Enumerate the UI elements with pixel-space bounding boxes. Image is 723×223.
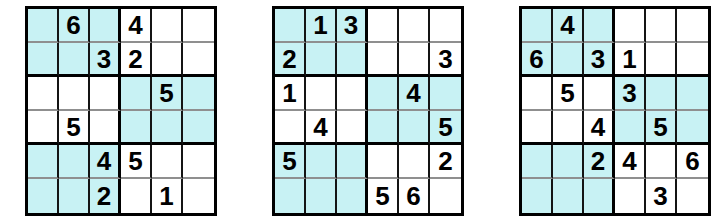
sudoku-cell-empty[interactable]	[152, 111, 183, 145]
sudoku-cell-given[interactable]: 4	[584, 111, 615, 145]
sudoku-cell-empty[interactable]	[646, 145, 677, 179]
sudoku-cell-empty[interactable]	[59, 43, 90, 77]
given-digit: 3	[97, 46, 111, 72]
sudoku-cell-empty[interactable]	[522, 179, 553, 213]
sudoku-cell-empty[interactable]	[183, 77, 214, 111]
sudoku-cell-empty[interactable]	[90, 111, 121, 145]
sudoku-cell-given[interactable]: 3	[90, 43, 121, 77]
sudoku-cell-empty[interactable]	[522, 77, 553, 111]
sudoku-cell-empty[interactable]	[646, 43, 677, 77]
sudoku-cell-empty[interactable]	[368, 43, 399, 77]
sudoku-cell-given[interactable]: 1	[275, 77, 306, 111]
sudoku-cell-given[interactable]: 4	[615, 145, 646, 179]
sudoku-cell-empty[interactable]	[183, 9, 214, 43]
sudoku-cell-given[interactable]: 1	[152, 179, 183, 213]
given-digit: 4	[560, 12, 574, 38]
sudoku-cell-given[interactable]: 3	[337, 9, 368, 43]
sudoku-cell-given[interactable]: 2	[430, 145, 461, 179]
sudoku-cell-given[interactable]: 1	[306, 9, 337, 43]
given-digit: 6	[66, 12, 80, 38]
sudoku-cell-given[interactable]: 2	[275, 43, 306, 77]
sudoku-cell-given[interactable]: 3	[615, 77, 646, 111]
sudoku-cell-given[interactable]: 5	[59, 111, 90, 145]
sudoku-cell-empty[interactable]	[615, 111, 646, 145]
sudoku-cell-empty[interactable]	[368, 9, 399, 43]
given-digit: 1	[282, 80, 296, 106]
sudoku-cell-empty[interactable]	[152, 9, 183, 43]
sudoku-cell-empty[interactable]	[183, 179, 214, 213]
sudoku-cell-given[interactable]: 2	[584, 145, 615, 179]
sudoku-cell-empty[interactable]	[28, 9, 59, 43]
sudoku-cell-empty[interactable]	[677, 77, 708, 111]
sudoku-cell-empty[interactable]	[306, 145, 337, 179]
sudoku-cell-empty[interactable]	[368, 111, 399, 145]
sudoku-cell-empty[interactable]	[275, 9, 306, 43]
sudoku-cell-empty[interactable]	[337, 179, 368, 213]
sudoku-cell-given[interactable]: 4	[121, 9, 152, 43]
sudoku-cell-given[interactable]: 4	[90, 145, 121, 179]
given-digit: 3	[653, 183, 667, 209]
sudoku-cell-empty[interactable]	[677, 111, 708, 145]
sudoku-cell-empty[interactable]	[337, 111, 368, 145]
sudoku-cell-empty[interactable]	[183, 43, 214, 77]
given-digit: 5	[560, 80, 574, 106]
sudoku-worksheet: 6432554521 132314455256 463153452463	[0, 0, 723, 216]
sudoku-cell-empty[interactable]	[615, 9, 646, 43]
sudoku-cell-empty[interactable]	[553, 111, 584, 145]
sudoku-cell-empty[interactable]	[646, 9, 677, 43]
given-digit: 1	[622, 46, 636, 72]
sudoku-cell-empty[interactable]	[430, 77, 461, 111]
given-digit: 6	[529, 46, 543, 72]
given-digit: 3	[591, 46, 605, 72]
sudoku-cell-empty[interactable]	[59, 179, 90, 213]
sudoku-cell-empty[interactable]	[28, 111, 59, 145]
given-digit: 4	[128, 12, 142, 38]
sudoku-cell-given[interactable]: 4	[399, 77, 430, 111]
sudoku-cell-empty[interactable]	[553, 145, 584, 179]
sudoku-cell-empty[interactable]	[553, 179, 584, 213]
sudoku-cell-empty[interactable]	[337, 43, 368, 77]
given-digit: 5	[438, 114, 452, 140]
sudoku-cell-empty[interactable]	[59, 77, 90, 111]
sudoku-cell-given[interactable]: 2	[90, 179, 121, 213]
sudoku-cell-empty[interactable]	[59, 145, 90, 179]
sudoku-board-1: 6432554521	[25, 6, 217, 216]
sudoku-cell-empty[interactable]	[121, 179, 152, 213]
sudoku-cell-given[interactable]: 6	[522, 43, 553, 77]
sudoku-cell-empty[interactable]	[275, 179, 306, 213]
sudoku-cell-empty[interactable]	[121, 77, 152, 111]
sudoku-cell-empty[interactable]	[677, 179, 708, 213]
sudoku-cell-empty[interactable]	[306, 179, 337, 213]
sudoku-cell-given[interactable]: 6	[677, 145, 708, 179]
given-digit: 5	[282, 148, 296, 174]
sudoku-cell-empty[interactable]	[152, 43, 183, 77]
given-digit: 3	[344, 12, 358, 38]
sudoku-cell-empty[interactable]	[275, 111, 306, 145]
given-digit: 2	[591, 148, 605, 174]
sudoku-cell-given[interactable]: 5	[430, 111, 461, 145]
sudoku-cell-empty[interactable]	[677, 9, 708, 43]
given-digit: 5	[653, 114, 667, 140]
sudoku-cell-empty[interactable]	[152, 145, 183, 179]
sudoku-cell-given[interactable]: 3	[646, 179, 677, 213]
sudoku-cell-given[interactable]: 3	[584, 43, 615, 77]
given-digit: 6	[406, 183, 420, 209]
sudoku-cell-empty[interactable]	[90, 9, 121, 43]
sudoku-cell-empty[interactable]	[522, 111, 553, 145]
given-digit: 5	[128, 148, 142, 174]
given-digit: 4	[622, 148, 636, 174]
given-digit: 1	[159, 183, 173, 209]
given-digit: 6	[685, 148, 699, 174]
sudoku-cell-empty[interactable]	[399, 43, 430, 77]
sudoku-cell-empty[interactable]	[430, 179, 461, 213]
given-digit: 1	[313, 12, 327, 38]
sudoku-cell-empty[interactable]	[553, 43, 584, 77]
sudoku-cell-given[interactable]: 5	[368, 179, 399, 213]
sudoku-cell-empty[interactable]	[306, 77, 337, 111]
given-digit: 5	[159, 80, 173, 106]
given-digit: 5	[66, 114, 80, 140]
sudoku-cell-empty[interactable]	[337, 77, 368, 111]
sudoku-cell-empty[interactable]	[28, 43, 59, 77]
sudoku-cell-empty[interactable]	[183, 145, 214, 179]
sudoku-cell-given[interactable]: 6	[399, 179, 430, 213]
given-digit: 2	[97, 183, 111, 209]
sudoku-cell-empty[interactable]	[399, 9, 430, 43]
sudoku-cell-empty[interactable]	[399, 145, 430, 179]
sudoku-cell-given[interactable]: 5	[553, 77, 584, 111]
sudoku-cell-empty[interactable]	[677, 43, 708, 77]
sudoku-cell-given[interactable]: 1	[615, 43, 646, 77]
sudoku-cell-empty[interactable]	[584, 179, 615, 213]
sudoku-cell-given[interactable]: 3	[430, 43, 461, 77]
sudoku-cell-empty[interactable]	[368, 77, 399, 111]
sudoku-cell-empty[interactable]	[337, 145, 368, 179]
given-digit: 2	[438, 148, 452, 174]
given-digit: 4	[97, 148, 111, 174]
sudoku-cell-empty[interactable]	[522, 145, 553, 179]
sudoku-cell-given[interactable]: 4	[553, 9, 584, 43]
sudoku-cell-given[interactable]: 6	[59, 9, 90, 43]
given-digit: 4	[313, 114, 327, 140]
given-digit: 4	[591, 114, 605, 140]
sudoku-cell-empty[interactable]	[90, 77, 121, 111]
sudoku-cell-empty[interactable]	[121, 111, 152, 145]
given-digit: 2	[282, 46, 296, 72]
sudoku-cell-given[interactable]: 5	[646, 111, 677, 145]
sudoku-board-3: 463153452463	[519, 6, 711, 216]
sudoku-cell-empty[interactable]	[368, 145, 399, 179]
sudoku-cell-empty[interactable]	[28, 77, 59, 111]
sudoku-board-2: 132314455256	[272, 6, 464, 216]
sudoku-cell-empty[interactable]	[646, 77, 677, 111]
given-digit: 3	[622, 80, 636, 106]
sudoku-cell-empty[interactable]	[584, 9, 615, 43]
given-digit: 3	[438, 46, 452, 72]
sudoku-cell-empty[interactable]	[522, 9, 553, 43]
given-digit: 5	[375, 183, 389, 209]
given-digit: 4	[406, 80, 420, 106]
sudoku-cell-given[interactable]: 5	[275, 145, 306, 179]
sudoku-cell-empty[interactable]	[615, 179, 646, 213]
sudoku-cell-empty[interactable]	[28, 179, 59, 213]
sudoku-cell-empty[interactable]	[183, 111, 214, 145]
sudoku-cell-empty[interactable]	[430, 9, 461, 43]
sudoku-cell-given[interactable]: 5	[152, 77, 183, 111]
sudoku-cell-given[interactable]: 2	[121, 43, 152, 77]
sudoku-cell-given[interactable]: 5	[121, 145, 152, 179]
sudoku-cell-empty[interactable]	[28, 145, 59, 179]
sudoku-cell-empty[interactable]	[584, 77, 615, 111]
sudoku-cell-empty[interactable]	[399, 111, 430, 145]
sudoku-cell-empty[interactable]	[306, 43, 337, 77]
given-digit: 2	[128, 46, 142, 72]
sudoku-cell-given[interactable]: 4	[306, 111, 337, 145]
